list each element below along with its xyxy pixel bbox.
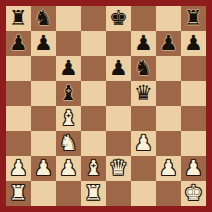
square-f1[interactable] — [131, 181, 156, 206]
white-pawn-piece: ♟ — [131, 131, 156, 156]
square-h3[interactable] — [181, 131, 206, 156]
square-c2[interactable]: ♟ — [56, 156, 81, 181]
square-b3[interactable] — [31, 131, 56, 156]
square-b8[interactable]: ♞ — [31, 6, 56, 31]
square-e6[interactable]: ♟ — [106, 56, 131, 81]
white-bishop-piece: ♝ — [56, 106, 81, 131]
white-pawn-piece: ♟ — [31, 156, 56, 181]
square-a2[interactable]: ♟ — [6, 156, 31, 181]
square-g2[interactable]: ♟ — [156, 156, 181, 181]
black-knight-piece: ♞ — [31, 6, 56, 31]
black-queen-piece: ♛ — [131, 81, 156, 106]
black-pawn-piece: ♟ — [106, 56, 131, 81]
square-c4[interactable]: ♝ — [56, 106, 81, 131]
square-d4[interactable] — [81, 106, 106, 131]
square-c8[interactable] — [56, 6, 81, 31]
square-c5[interactable]: ♝ — [56, 81, 81, 106]
square-c1[interactable] — [56, 181, 81, 206]
square-d7[interactable] — [81, 31, 106, 56]
square-f2[interactable] — [131, 156, 156, 181]
white-pawn-piece: ♟ — [156, 156, 181, 181]
black-bishop-piece: ♝ — [56, 81, 81, 106]
square-g5[interactable] — [156, 81, 181, 106]
white-rook-piece: ♜ — [6, 181, 31, 206]
square-f3[interactable]: ♟ — [131, 131, 156, 156]
square-h2[interactable]: ♟ — [181, 156, 206, 181]
square-b2[interactable]: ♟ — [31, 156, 56, 181]
white-bishop-piece: ♝ — [81, 156, 106, 181]
square-f4[interactable] — [131, 106, 156, 131]
square-g8[interactable] — [156, 6, 181, 31]
black-pawn-piece: ♟ — [31, 31, 56, 56]
black-pawn-piece: ♟ — [156, 31, 181, 56]
square-a4[interactable] — [6, 106, 31, 131]
white-pawn-piece: ♟ — [56, 156, 81, 181]
square-g7[interactable]: ♟ — [156, 31, 181, 56]
square-d5[interactable] — [81, 81, 106, 106]
chess-board: ♜♞♚♜♟♟♟♟♟♟♟♞♝♛♝♞♟♟♟♟♝♛♟♟♜♜♚ — [0, 0, 212, 212]
white-queen-piece: ♛ — [106, 156, 131, 181]
square-b1[interactable] — [31, 181, 56, 206]
white-rook-piece: ♜ — [81, 181, 106, 206]
square-e7[interactable] — [106, 31, 131, 56]
square-a1[interactable]: ♜ — [6, 181, 31, 206]
square-d3[interactable] — [81, 131, 106, 156]
black-pawn-piece: ♟ — [6, 31, 31, 56]
square-e3[interactable] — [106, 131, 131, 156]
square-c6[interactable]: ♟ — [56, 56, 81, 81]
square-b6[interactable] — [31, 56, 56, 81]
white-knight-piece: ♞ — [56, 131, 81, 156]
black-rook-piece: ♜ — [6, 6, 31, 31]
square-g6[interactable] — [156, 56, 181, 81]
black-knight-piece: ♞ — [131, 56, 156, 81]
square-d2[interactable]: ♝ — [81, 156, 106, 181]
square-d8[interactable] — [81, 6, 106, 31]
square-h8[interactable]: ♜ — [181, 6, 206, 31]
square-e4[interactable] — [106, 106, 131, 131]
square-c7[interactable] — [56, 31, 81, 56]
square-f5[interactable]: ♛ — [131, 81, 156, 106]
black-king-piece: ♚ — [106, 6, 131, 31]
white-king-piece: ♚ — [181, 181, 206, 206]
square-g1[interactable] — [156, 181, 181, 206]
square-d1[interactable]: ♜ — [81, 181, 106, 206]
square-f6[interactable]: ♞ — [131, 56, 156, 81]
square-a8[interactable]: ♜ — [6, 6, 31, 31]
square-a6[interactable] — [6, 56, 31, 81]
square-a3[interactable] — [6, 131, 31, 156]
square-a7[interactable]: ♟ — [6, 31, 31, 56]
square-d6[interactable] — [81, 56, 106, 81]
square-b5[interactable] — [31, 81, 56, 106]
square-f8[interactable] — [131, 6, 156, 31]
square-h7[interactable]: ♟ — [181, 31, 206, 56]
square-e2[interactable]: ♛ — [106, 156, 131, 181]
square-a5[interactable] — [6, 81, 31, 106]
white-pawn-piece: ♟ — [181, 156, 206, 181]
black-pawn-piece: ♟ — [181, 31, 206, 56]
black-pawn-piece: ♟ — [56, 56, 81, 81]
square-h1[interactable]: ♚ — [181, 181, 206, 206]
square-h4[interactable] — [181, 106, 206, 131]
white-pawn-piece: ♟ — [6, 156, 31, 181]
square-g3[interactable] — [156, 131, 181, 156]
square-h6[interactable] — [181, 56, 206, 81]
square-e8[interactable]: ♚ — [106, 6, 131, 31]
square-b4[interactable] — [31, 106, 56, 131]
square-e5[interactable] — [106, 81, 131, 106]
square-g4[interactable] — [156, 106, 181, 131]
square-e1[interactable] — [106, 181, 131, 206]
square-b7[interactable]: ♟ — [31, 31, 56, 56]
black-pawn-piece: ♟ — [131, 31, 156, 56]
square-f7[interactable]: ♟ — [131, 31, 156, 56]
black-rook-piece: ♜ — [181, 6, 206, 31]
square-c3[interactable]: ♞ — [56, 131, 81, 156]
square-h5[interactable] — [181, 81, 206, 106]
